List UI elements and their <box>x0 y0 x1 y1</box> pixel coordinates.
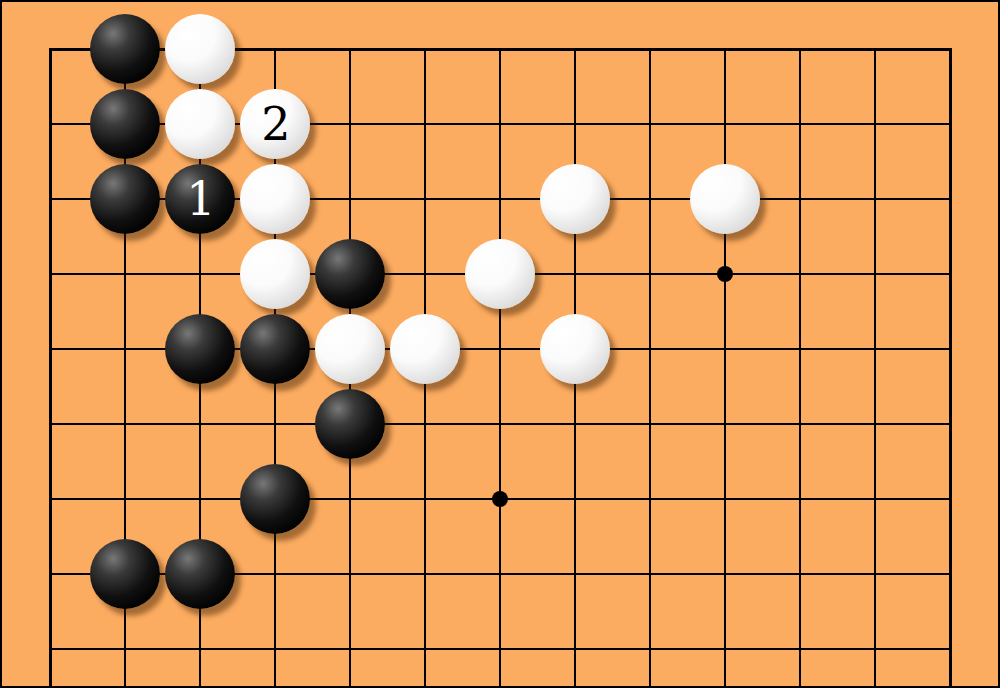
white-stone[interactable] <box>465 239 535 309</box>
grid-line-vertical <box>799 48 801 688</box>
white-stone[interactable] <box>540 314 610 384</box>
black-stone[interactable] <box>90 14 160 84</box>
star-point <box>717 266 733 282</box>
black-stone[interactable]: 1 <box>165 164 235 234</box>
white-stone[interactable] <box>390 314 460 384</box>
grid-line-vertical <box>649 48 651 688</box>
black-stone[interactable] <box>315 239 385 309</box>
go-board-diagram: 21 <box>0 0 1000 688</box>
go-board[interactable]: 21 <box>0 0 1000 688</box>
grid-line-vertical <box>874 48 876 688</box>
white-stone[interactable] <box>240 239 310 309</box>
move-number-label: 1 <box>184 176 215 222</box>
grid-line-vertical <box>949 48 952 688</box>
black-stone[interactable] <box>240 314 310 384</box>
black-stone[interactable] <box>240 464 310 534</box>
grid-line-vertical <box>724 48 726 688</box>
white-stone[interactable] <box>690 164 760 234</box>
black-stone[interactable] <box>90 89 160 159</box>
star-point <box>492 491 508 507</box>
white-stone[interactable] <box>240 164 310 234</box>
white-stone[interactable] <box>540 164 610 234</box>
white-stone[interactable] <box>315 314 385 384</box>
black-stone[interactable] <box>165 539 235 609</box>
move-number-label: 2 <box>259 101 290 147</box>
black-stone[interactable] <box>90 539 160 609</box>
grid-line-vertical <box>49 48 52 688</box>
black-stone[interactable] <box>165 314 235 384</box>
black-stone[interactable] <box>315 389 385 459</box>
grid-line-horizontal <box>49 648 952 650</box>
grid-line-vertical <box>499 48 501 688</box>
white-stone[interactable] <box>165 14 235 84</box>
white-stone[interactable]: 2 <box>240 89 310 159</box>
white-stone[interactable] <box>165 89 235 159</box>
grid-line-horizontal <box>49 423 952 425</box>
black-stone[interactable] <box>90 164 160 234</box>
